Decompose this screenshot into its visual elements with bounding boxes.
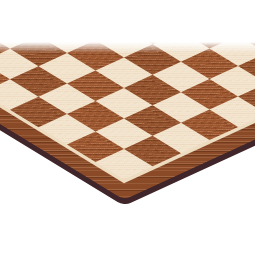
chessboard [0,0,255,200]
product-photo-empty-chessboard [0,0,255,255]
